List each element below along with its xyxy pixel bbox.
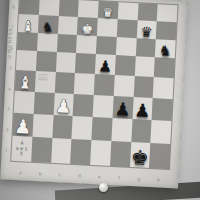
square-d6[interactable] [76,35,97,54]
square-b8[interactable] [39,0,60,16]
square-d2[interactable] [72,116,93,140]
rank-label: 8 [177,5,187,26]
square-e2[interactable] [91,117,112,141]
square-b4[interactable] [35,71,56,93]
piece-black-king-g1[interactable]: ♚ [130,147,151,168]
square-a6[interactable] [17,32,38,51]
square-f5[interactable] [115,55,136,76]
file-label: c [50,169,70,180]
square-b2[interactable] [32,114,53,138]
square-d1[interactable] [70,139,91,165]
piece-white-king-d7[interactable]: ♚ [77,22,97,37]
square-h2[interactable] [151,120,172,144]
square-e8[interactable]: ♛ [98,1,119,19]
board-grid: ♛♝♞♚♛♞♟♝♟♟♟♟♟♞♚♝♜♚ [11,0,177,169]
piece-white-queen-e8[interactable]: ♛ [98,6,118,19]
square-e5[interactable]: ♟ [95,54,116,75]
board-brand-text: ©WCHESS [7,27,19,59]
square-c1[interactable] [51,138,72,164]
chessboard-photo: ©WCHESS 87654321 87654321 abcdefgh ♛♝♞♚♛… [0,0,200,200]
rank-label: 1 [1,140,11,161]
square-d7[interactable]: ♚ [77,17,98,36]
square-h1[interactable] [149,143,170,169]
rank-label: 2 [2,119,12,140]
square-f7[interactable] [117,19,138,38]
square-g1[interactable]: ♚ [130,142,151,168]
piece-black-pawn-g3[interactable]: ♟ [132,101,153,120]
square-b5[interactable] [36,51,57,72]
square-h5[interactable] [154,57,175,78]
rank-label: 4 [173,87,183,108]
square-g8[interactable] [137,3,158,21]
square-g2[interactable] [131,119,152,143]
file-label: h [148,174,168,185]
square-c6[interactable] [56,34,77,53]
square-e3[interactable] [93,95,114,118]
square-f2[interactable] [111,118,132,142]
file-label: b [30,168,50,179]
square-h6[interactable]: ♞ [155,39,176,58]
square-f8[interactable] [117,2,138,20]
piece-black-knight-b7[interactable]: ♞ [38,19,58,34]
square-c8[interactable] [58,0,79,17]
file-label: a [10,167,30,178]
square-f6[interactable] [116,37,137,56]
square-g3[interactable]: ♟ [132,97,153,120]
rank-label: 4 [4,78,14,99]
square-a7[interactable]: ♝ [18,14,39,33]
square-e4[interactable] [94,74,115,96]
square-h4[interactable] [153,77,174,99]
rank-label: 5 [174,67,184,88]
square-b1[interactable] [31,137,52,163]
rank-label: 2 [171,128,181,149]
square-c7[interactable] [57,16,78,35]
rank-label: 1 [170,149,180,170]
square-a3[interactable] [14,91,35,114]
piece-black-pawn-f3[interactable]: ♟ [112,100,133,119]
corner-emblem: ♟♞♚♝♜ [11,136,32,162]
rank-label: 5 [5,58,15,79]
file-label: g [129,173,149,184]
piece-white-bishop-a7[interactable]: ♝ [18,18,38,33]
square-b7[interactable]: ♞ [38,15,59,34]
square-e6[interactable] [96,36,117,55]
square-f4[interactable] [113,75,134,97]
square-g7[interactable]: ♛ [136,20,157,39]
square-f3[interactable]: ♟ [112,96,133,119]
rank-label: 3 [172,108,182,129]
rank-label: 7 [176,26,186,47]
square-g5[interactable] [134,56,155,77]
piece-black-pawn-e5[interactable]: ♟ [95,59,116,76]
square-a5[interactable] [16,50,37,71]
rank-label: 8 [9,0,19,17]
square-c2[interactable] [52,115,73,139]
piece-black-knight-h6[interactable]: ♞ [155,43,175,59]
square-f1[interactable] [110,141,131,167]
square-d4[interactable] [74,73,95,95]
square-g4[interactable] [133,76,154,98]
square-h3[interactable] [152,98,173,121]
square-d3[interactable] [73,94,94,117]
square-a2[interactable]: ♟ [12,113,33,137]
file-label: d [70,170,90,181]
square-g6[interactable] [135,38,156,57]
square-c3[interactable]: ♟ [53,93,74,116]
square-e7[interactable] [97,18,118,37]
rank-label: 6 [175,46,185,67]
stray-white-piece[interactable] [99,183,108,192]
chess-board: ©WCHESS 87654321 87654321 abcdefgh ♛♝♞♚♛… [0,0,188,189]
piece-white-bishop-a4[interactable]: ♝ [15,74,36,92]
square-a4[interactable]: ♝ [15,70,36,92]
square-d8[interactable] [78,0,99,18]
file-label: f [109,172,129,183]
square-c5[interactable] [55,52,76,73]
square-c4[interactable] [54,72,75,94]
square-a1[interactable]: ♟♞♚♝♜ [11,136,32,162]
piece-white-pawn-a2[interactable]: ♟ [12,117,33,137]
printed-info-text [38,74,47,82]
square-d5[interactable] [75,53,96,74]
piece-black-queen-g7[interactable]: ♛ [136,25,156,40]
piece-white-pawn-c3[interactable]: ♟ [53,97,74,116]
square-b6[interactable] [37,33,58,52]
square-h7[interactable] [156,21,177,40]
square-h8[interactable] [157,4,178,22]
square-e1[interactable] [90,140,111,166]
rank-label: 3 [3,99,13,120]
square-a8[interactable] [19,0,40,15]
file-label: e [89,171,109,182]
square-b3[interactable] [33,92,54,115]
